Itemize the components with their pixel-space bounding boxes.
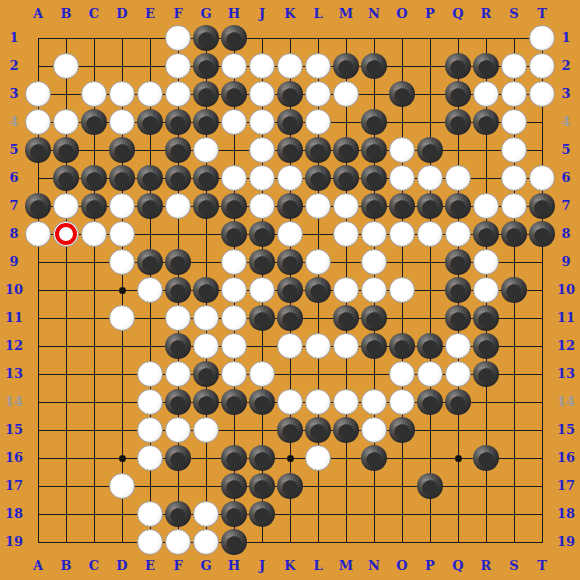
intersection-F4[interactable]: ● xyxy=(164,108,192,136)
intersection-A1[interactable] xyxy=(24,24,52,52)
intersection-H19[interactable]: ● xyxy=(220,528,248,556)
intersection-Q6[interactable]: ● xyxy=(444,164,472,192)
intersection-E9[interactable]: ● xyxy=(136,248,164,276)
intersection-M14[interactable]: ● xyxy=(332,388,360,416)
intersection-D17[interactable]: ● xyxy=(108,472,136,500)
intersection-J16[interactable]: ● xyxy=(248,444,276,472)
intersection-P2[interactable] xyxy=(416,52,444,80)
intersection-N14[interactable]: ● xyxy=(360,388,388,416)
intersection-R17[interactable] xyxy=(472,472,500,500)
intersection-G6[interactable]: ● xyxy=(192,164,220,192)
intersection-O16[interactable] xyxy=(388,444,416,472)
intersection-Q15[interactable] xyxy=(444,416,472,444)
intersection-T17[interactable] xyxy=(528,472,556,500)
intersection-K13[interactable] xyxy=(276,360,304,388)
intersection-R1[interactable] xyxy=(472,24,500,52)
intersection-M19[interactable] xyxy=(332,528,360,556)
intersection-D16[interactable] xyxy=(108,444,136,472)
intersection-L7[interactable]: ● xyxy=(304,192,332,220)
intersection-N4[interactable]: ● xyxy=(360,108,388,136)
intersection-F11[interactable]: ● xyxy=(164,304,192,332)
intersection-L11[interactable] xyxy=(304,304,332,332)
intersection-F13[interactable]: ● xyxy=(164,360,192,388)
intersection-G11[interactable]: ● xyxy=(192,304,220,332)
intersection-D19[interactable] xyxy=(108,528,136,556)
intersection-E15[interactable]: ● xyxy=(136,416,164,444)
intersection-E10[interactable]: ● xyxy=(136,276,164,304)
intersection-K5[interactable]: ● xyxy=(276,136,304,164)
intersection-C14[interactable] xyxy=(80,388,108,416)
intersection-G1[interactable]: ● xyxy=(192,24,220,52)
intersection-O3[interactable]: ● xyxy=(388,80,416,108)
intersection-Q11[interactable]: ● xyxy=(444,304,472,332)
intersection-D4[interactable]: ● xyxy=(108,108,136,136)
intersection-A3[interactable]: ● xyxy=(24,80,52,108)
intersection-H18[interactable]: ● xyxy=(220,500,248,528)
intersection-C18[interactable] xyxy=(80,500,108,528)
intersection-B1[interactable] xyxy=(52,24,80,52)
intersection-L12[interactable]: ● xyxy=(304,332,332,360)
intersection-B3[interactable] xyxy=(52,80,80,108)
intersection-B9[interactable] xyxy=(52,248,80,276)
intersection-A8[interactable]: ● xyxy=(24,220,52,248)
intersection-M16[interactable] xyxy=(332,444,360,472)
intersection-D5[interactable]: ● xyxy=(108,136,136,164)
intersection-E3[interactable]: ● xyxy=(136,80,164,108)
intersection-B6[interactable]: ● xyxy=(52,164,80,192)
intersection-E19[interactable]: ● xyxy=(136,528,164,556)
intersection-B10[interactable] xyxy=(52,276,80,304)
intersection-Q9[interactable]: ● xyxy=(444,248,472,276)
intersection-N7[interactable]: ● xyxy=(360,192,388,220)
intersection-J6[interactable]: ● xyxy=(248,164,276,192)
intersection-F9[interactable]: ● xyxy=(164,248,192,276)
intersection-F19[interactable]: ● xyxy=(164,528,192,556)
intersection-L18[interactable] xyxy=(304,500,332,528)
intersection-S16[interactable] xyxy=(500,444,528,472)
intersection-J8[interactable]: ● xyxy=(248,220,276,248)
intersection-D9[interactable]: ● xyxy=(108,248,136,276)
intersection-E11[interactable] xyxy=(136,304,164,332)
intersection-J2[interactable]: ● xyxy=(248,52,276,80)
intersection-C9[interactable] xyxy=(80,248,108,276)
intersection-M13[interactable] xyxy=(332,360,360,388)
intersection-G3[interactable]: ● xyxy=(192,80,220,108)
intersection-H16[interactable]: ● xyxy=(220,444,248,472)
intersection-G5[interactable]: ● xyxy=(192,136,220,164)
intersection-J9[interactable]: ● xyxy=(248,248,276,276)
intersection-K18[interactable] xyxy=(276,500,304,528)
intersection-S15[interactable] xyxy=(500,416,528,444)
intersection-K4[interactable]: ● xyxy=(276,108,304,136)
intersection-C11[interactable] xyxy=(80,304,108,332)
intersection-C4[interactable]: ● xyxy=(80,108,108,136)
intersection-P13[interactable]: ● xyxy=(416,360,444,388)
intersection-H11[interactable]: ● xyxy=(220,304,248,332)
intersection-S17[interactable] xyxy=(500,472,528,500)
intersection-Q4[interactable]: ● xyxy=(444,108,472,136)
intersection-F1[interactable]: ● xyxy=(164,24,192,52)
intersection-M8[interactable]: ● xyxy=(332,220,360,248)
intersection-N19[interactable] xyxy=(360,528,388,556)
intersection-L5[interactable]: ● xyxy=(304,136,332,164)
intersection-R9[interactable]: ● xyxy=(472,248,500,276)
intersection-B19[interactable] xyxy=(52,528,80,556)
intersection-C7[interactable]: ● xyxy=(80,192,108,220)
intersection-F6[interactable]: ● xyxy=(164,164,192,192)
intersection-G15[interactable]: ● xyxy=(192,416,220,444)
intersection-T10[interactable] xyxy=(528,276,556,304)
intersection-C5[interactable] xyxy=(80,136,108,164)
intersection-H2[interactable]: ● xyxy=(220,52,248,80)
intersection-T11[interactable] xyxy=(528,304,556,332)
intersection-C17[interactable] xyxy=(80,472,108,500)
intersection-P4[interactable] xyxy=(416,108,444,136)
intersection-E16[interactable]: ● xyxy=(136,444,164,472)
intersection-D3[interactable]: ● xyxy=(108,80,136,108)
intersection-O14[interactable]: ● xyxy=(388,388,416,416)
intersection-R3[interactable]: ● xyxy=(472,80,500,108)
intersection-G12[interactable]: ● xyxy=(192,332,220,360)
intersection-N2[interactable]: ● xyxy=(360,52,388,80)
intersection-C1[interactable] xyxy=(80,24,108,52)
intersection-P18[interactable] xyxy=(416,500,444,528)
intersection-B7[interactable]: ● xyxy=(52,192,80,220)
intersection-A14[interactable] xyxy=(24,388,52,416)
intersection-B14[interactable] xyxy=(52,388,80,416)
intersection-C8[interactable]: ● xyxy=(80,220,108,248)
intersection-O9[interactable] xyxy=(388,248,416,276)
intersection-K17[interactable]: ● xyxy=(276,472,304,500)
intersection-S6[interactable]: ● xyxy=(500,164,528,192)
intersection-B11[interactable] xyxy=(52,304,80,332)
intersection-J7[interactable]: ● xyxy=(248,192,276,220)
intersection-P12[interactable]: ● xyxy=(416,332,444,360)
intersection-M5[interactable]: ● xyxy=(332,136,360,164)
intersection-F15[interactable]: ● xyxy=(164,416,192,444)
intersection-O19[interactable] xyxy=(388,528,416,556)
intersection-S4[interactable]: ● xyxy=(500,108,528,136)
intersection-K3[interactable]: ● xyxy=(276,80,304,108)
intersection-R12[interactable]: ● xyxy=(472,332,500,360)
intersection-O13[interactable]: ● xyxy=(388,360,416,388)
intersection-F12[interactable]: ● xyxy=(164,332,192,360)
intersection-C10[interactable] xyxy=(80,276,108,304)
intersection-H15[interactable] xyxy=(220,416,248,444)
intersection-C16[interactable] xyxy=(80,444,108,472)
intersection-H3[interactable]: ● xyxy=(220,80,248,108)
intersection-G16[interactable] xyxy=(192,444,220,472)
intersection-N15[interactable]: ● xyxy=(360,416,388,444)
intersection-S10[interactable]: ● xyxy=(500,276,528,304)
intersection-D11[interactable]: ● xyxy=(108,304,136,332)
intersection-F2[interactable]: ● xyxy=(164,52,192,80)
intersection-J18[interactable]: ● xyxy=(248,500,276,528)
intersection-G7[interactable]: ● xyxy=(192,192,220,220)
intersection-A12[interactable] xyxy=(24,332,52,360)
intersection-L2[interactable]: ● xyxy=(304,52,332,80)
intersection-Q2[interactable]: ● xyxy=(444,52,472,80)
intersection-M3[interactable]: ● xyxy=(332,80,360,108)
intersection-T14[interactable] xyxy=(528,388,556,416)
intersection-T16[interactable] xyxy=(528,444,556,472)
intersection-T18[interactable] xyxy=(528,500,556,528)
intersection-E17[interactable] xyxy=(136,472,164,500)
intersection-B13[interactable] xyxy=(52,360,80,388)
intersection-O6[interactable]: ● xyxy=(388,164,416,192)
intersection-L16[interactable]: ● xyxy=(304,444,332,472)
intersection-C13[interactable] xyxy=(80,360,108,388)
intersection-P6[interactable]: ● xyxy=(416,164,444,192)
intersection-E8[interactable] xyxy=(136,220,164,248)
intersection-P19[interactable] xyxy=(416,528,444,556)
intersection-C6[interactable]: ● xyxy=(80,164,108,192)
intersection-J19[interactable] xyxy=(248,528,276,556)
intersection-O18[interactable] xyxy=(388,500,416,528)
intersection-N1[interactable] xyxy=(360,24,388,52)
intersection-F17[interactable] xyxy=(164,472,192,500)
intersection-R16[interactable]: ● xyxy=(472,444,500,472)
intersection-E14[interactable]: ● xyxy=(136,388,164,416)
intersection-T8[interactable]: ● xyxy=(528,220,556,248)
intersection-O15[interactable]: ● xyxy=(388,416,416,444)
intersection-P3[interactable] xyxy=(416,80,444,108)
intersection-B12[interactable] xyxy=(52,332,80,360)
intersection-O5[interactable]: ● xyxy=(388,136,416,164)
intersection-A9[interactable] xyxy=(24,248,52,276)
intersection-N12[interactable]: ● xyxy=(360,332,388,360)
intersection-T19[interactable] xyxy=(528,528,556,556)
intersection-F10[interactable]: ● xyxy=(164,276,192,304)
intersection-M2[interactable]: ● xyxy=(332,52,360,80)
intersection-O8[interactable]: ● xyxy=(388,220,416,248)
intersection-L9[interactable]: ● xyxy=(304,248,332,276)
intersection-C12[interactable] xyxy=(80,332,108,360)
intersection-G8[interactable] xyxy=(192,220,220,248)
intersection-N8[interactable]: ● xyxy=(360,220,388,248)
intersection-T7[interactable]: ● xyxy=(528,192,556,220)
intersection-P16[interactable] xyxy=(416,444,444,472)
intersection-G14[interactable]: ● xyxy=(192,388,220,416)
intersection-A2[interactable] xyxy=(24,52,52,80)
intersection-L17[interactable] xyxy=(304,472,332,500)
intersection-B4[interactable]: ● xyxy=(52,108,80,136)
intersection-D15[interactable] xyxy=(108,416,136,444)
intersection-M18[interactable] xyxy=(332,500,360,528)
intersection-K7[interactable]: ● xyxy=(276,192,304,220)
intersection-D13[interactable] xyxy=(108,360,136,388)
intersection-K19[interactable] xyxy=(276,528,304,556)
intersection-E6[interactable]: ● xyxy=(136,164,164,192)
intersection-J13[interactable]: ● xyxy=(248,360,276,388)
intersection-E2[interactable] xyxy=(136,52,164,80)
intersection-Q14[interactable]: ● xyxy=(444,388,472,416)
intersection-L4[interactable]: ● xyxy=(304,108,332,136)
intersection-N16[interactable]: ● xyxy=(360,444,388,472)
intersection-E5[interactable] xyxy=(136,136,164,164)
intersection-J5[interactable]: ● xyxy=(248,136,276,164)
intersection-D1[interactable] xyxy=(108,24,136,52)
intersection-O10[interactable]: ● xyxy=(388,276,416,304)
intersection-M15[interactable]: ● xyxy=(332,416,360,444)
intersection-O7[interactable]: ● xyxy=(388,192,416,220)
intersection-K1[interactable] xyxy=(276,24,304,52)
intersection-J17[interactable]: ● xyxy=(248,472,276,500)
intersection-J15[interactable] xyxy=(248,416,276,444)
intersection-K9[interactable]: ● xyxy=(276,248,304,276)
intersection-A19[interactable] xyxy=(24,528,52,556)
intersection-B16[interactable] xyxy=(52,444,80,472)
intersection-C2[interactable] xyxy=(80,52,108,80)
intersection-D2[interactable] xyxy=(108,52,136,80)
intersection-J4[interactable]: ● xyxy=(248,108,276,136)
intersection-G2[interactable]: ● xyxy=(192,52,220,80)
intersection-P9[interactable] xyxy=(416,248,444,276)
intersection-B5[interactable]: ● xyxy=(52,136,80,164)
intersection-H6[interactable]: ● xyxy=(220,164,248,192)
intersection-K10[interactable]: ● xyxy=(276,276,304,304)
intersection-N5[interactable]: ● xyxy=(360,136,388,164)
intersection-E18[interactable]: ● xyxy=(136,500,164,528)
intersection-A15[interactable] xyxy=(24,416,52,444)
intersection-J3[interactable]: ● xyxy=(248,80,276,108)
intersection-S9[interactable] xyxy=(500,248,528,276)
intersection-D14[interactable] xyxy=(108,388,136,416)
intersection-A6[interactable] xyxy=(24,164,52,192)
intersection-H13[interactable]: ● xyxy=(220,360,248,388)
intersection-F18[interactable]: ● xyxy=(164,500,192,528)
intersection-J10[interactable]: ● xyxy=(248,276,276,304)
intersection-K12[interactable]: ● xyxy=(276,332,304,360)
intersection-R8[interactable]: ● xyxy=(472,220,500,248)
intersection-L14[interactable]: ● xyxy=(304,388,332,416)
intersection-R15[interactable] xyxy=(472,416,500,444)
intersection-F16[interactable]: ● xyxy=(164,444,192,472)
intersection-D18[interactable] xyxy=(108,500,136,528)
intersection-E1[interactable] xyxy=(136,24,164,52)
intersection-L13[interactable] xyxy=(304,360,332,388)
intersection-S11[interactable] xyxy=(500,304,528,332)
intersection-R6[interactable] xyxy=(472,164,500,192)
intersection-N6[interactable]: ● xyxy=(360,164,388,192)
intersection-R10[interactable]: ● xyxy=(472,276,500,304)
intersection-K2[interactable]: ● xyxy=(276,52,304,80)
intersection-Q13[interactable]: ● xyxy=(444,360,472,388)
intersection-H8[interactable]: ● xyxy=(220,220,248,248)
intersection-J1[interactable] xyxy=(248,24,276,52)
intersection-S3[interactable]: ● xyxy=(500,80,528,108)
intersection-D6[interactable]: ● xyxy=(108,164,136,192)
intersection-Q18[interactable] xyxy=(444,500,472,528)
intersection-Q16[interactable] xyxy=(444,444,472,472)
intersection-E7[interactable]: ● xyxy=(136,192,164,220)
intersection-T12[interactable] xyxy=(528,332,556,360)
intersection-L3[interactable]: ● xyxy=(304,80,332,108)
intersection-N3[interactable] xyxy=(360,80,388,108)
intersection-L10[interactable]: ● xyxy=(304,276,332,304)
intersection-T3[interactable]: ● xyxy=(528,80,556,108)
intersection-R11[interactable]: ● xyxy=(472,304,500,332)
intersection-H4[interactable]: ● xyxy=(220,108,248,136)
intersection-A11[interactable] xyxy=(24,304,52,332)
intersection-M10[interactable]: ● xyxy=(332,276,360,304)
intersection-F7[interactable]: ● xyxy=(164,192,192,220)
intersection-A17[interactable] xyxy=(24,472,52,500)
intersection-Q7[interactable]: ● xyxy=(444,192,472,220)
intersection-G10[interactable]: ● xyxy=(192,276,220,304)
intersection-D12[interactable] xyxy=(108,332,136,360)
intersection-G9[interactable] xyxy=(192,248,220,276)
intersection-B2[interactable]: ● xyxy=(52,52,80,80)
intersection-O17[interactable] xyxy=(388,472,416,500)
intersection-T9[interactable] xyxy=(528,248,556,276)
intersection-A18[interactable] xyxy=(24,500,52,528)
intersection-T1[interactable]: ● xyxy=(528,24,556,52)
intersection-P14[interactable]: ● xyxy=(416,388,444,416)
intersection-S5[interactable]: ● xyxy=(500,136,528,164)
intersection-R5[interactable] xyxy=(472,136,500,164)
intersection-L1[interactable] xyxy=(304,24,332,52)
intersection-D7[interactable]: ● xyxy=(108,192,136,220)
intersection-C19[interactable] xyxy=(80,528,108,556)
intersection-G17[interactable] xyxy=(192,472,220,500)
intersection-P10[interactable] xyxy=(416,276,444,304)
intersection-Q12[interactable]: ● xyxy=(444,332,472,360)
intersection-G19[interactable]: ● xyxy=(192,528,220,556)
intersection-O12[interactable]: ● xyxy=(388,332,416,360)
intersection-R4[interactable]: ● xyxy=(472,108,500,136)
intersection-A4[interactable]: ● xyxy=(24,108,52,136)
intersection-A13[interactable] xyxy=(24,360,52,388)
intersection-Q5[interactable] xyxy=(444,136,472,164)
intersection-S14[interactable] xyxy=(500,388,528,416)
intersection-M6[interactable]: ● xyxy=(332,164,360,192)
intersection-S1[interactable] xyxy=(500,24,528,52)
intersection-B15[interactable] xyxy=(52,416,80,444)
intersection-B8[interactable]: ● xyxy=(52,220,80,248)
intersection-J11[interactable]: ● xyxy=(248,304,276,332)
intersection-H10[interactable]: ● xyxy=(220,276,248,304)
intersection-K11[interactable]: ● xyxy=(276,304,304,332)
intersection-M11[interactable]: ● xyxy=(332,304,360,332)
intersection-G4[interactable]: ● xyxy=(192,108,220,136)
intersection-P17[interactable]: ● xyxy=(416,472,444,500)
intersection-S8[interactable]: ● xyxy=(500,220,528,248)
intersection-Q1[interactable] xyxy=(444,24,472,52)
intersection-M4[interactable] xyxy=(332,108,360,136)
intersection-N11[interactable]: ● xyxy=(360,304,388,332)
intersection-E4[interactable]: ● xyxy=(136,108,164,136)
intersection-N17[interactable] xyxy=(360,472,388,500)
intersection-L19[interactable] xyxy=(304,528,332,556)
intersection-Q3[interactable]: ● xyxy=(444,80,472,108)
intersection-M7[interactable]: ● xyxy=(332,192,360,220)
intersection-N18[interactable] xyxy=(360,500,388,528)
intersection-O2[interactable] xyxy=(388,52,416,80)
intersection-B18[interactable] xyxy=(52,500,80,528)
intersection-B17[interactable] xyxy=(52,472,80,500)
intersection-K14[interactable]: ● xyxy=(276,388,304,416)
intersection-R14[interactable] xyxy=(472,388,500,416)
intersection-R7[interactable]: ● xyxy=(472,192,500,220)
intersection-C3[interactable]: ● xyxy=(80,80,108,108)
intersection-G13[interactable]: ● xyxy=(192,360,220,388)
intersection-E13[interactable]: ● xyxy=(136,360,164,388)
intersection-H12[interactable]: ● xyxy=(220,332,248,360)
intersection-F8[interactable] xyxy=(164,220,192,248)
intersection-M1[interactable] xyxy=(332,24,360,52)
intersection-R13[interactable]: ● xyxy=(472,360,500,388)
